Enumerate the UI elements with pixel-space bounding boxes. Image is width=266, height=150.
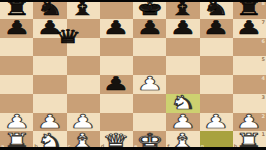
square-c4[interactable] — [67, 75, 100, 94]
square-g2[interactable]: ♟ — [200, 113, 233, 132]
square-b4[interactable] — [33, 75, 66, 94]
square-f3[interactable]: ♞ — [166, 94, 199, 113]
square-g6[interactable] — [200, 38, 233, 57]
square-c5[interactable] — [67, 56, 100, 75]
square-e6[interactable] — [133, 38, 166, 57]
coord-rank-1: 1 — [262, 132, 265, 137]
square-c8[interactable]: ♝ — [67, 0, 100, 19]
square-a6[interactable] — [0, 38, 33, 57]
piece-black-pawn: ♟ — [3, 18, 30, 37]
square-c3[interactable] — [67, 94, 100, 113]
square-f6[interactable] — [166, 38, 199, 57]
piece-black-bishop: ♝ — [169, 0, 196, 18]
piece-white-pawn: ♟ — [236, 112, 263, 131]
coord-rank-2: 2 — [262, 114, 265, 119]
square-f5[interactable] — [166, 56, 199, 75]
piece-white-pawn: ♟ — [36, 112, 63, 131]
square-e8[interactable]: ♚ — [133, 0, 166, 19]
piece-black-rook: ♜ — [236, 0, 263, 18]
piece-black-bishop: ♝ — [69, 0, 96, 18]
square-g8[interactable]: ♞ — [200, 0, 233, 19]
piece-black-king: ♚ — [136, 0, 163, 18]
square-h7[interactable]: ♟7 — [233, 19, 266, 38]
piece-white-pawn: ♟ — [169, 112, 196, 131]
square-f4[interactable] — [166, 75, 199, 94]
square-a4[interactable] — [0, 75, 33, 94]
piece-black-knight: ♞ — [202, 0, 229, 18]
piece-white-pawn: ♟ — [202, 112, 229, 131]
piece-black-pawn: ♟ — [103, 18, 130, 37]
square-h3[interactable]: 3 — [233, 94, 266, 113]
square-b2[interactable]: ♟ — [33, 113, 66, 132]
square-d3[interactable] — [100, 94, 133, 113]
coord-rank-5: 5 — [262, 57, 265, 62]
piece-black-pawn: ♟ — [169, 18, 196, 37]
square-e2[interactable] — [133, 113, 166, 132]
square-d8[interactable] — [100, 0, 133, 19]
square-h6[interactable]: 6 — [233, 38, 266, 57]
square-a5[interactable] — [0, 56, 33, 75]
square-a3[interactable] — [0, 94, 33, 113]
square-g3[interactable] — [200, 94, 233, 113]
square-c6[interactable] — [67, 38, 100, 57]
square-g4[interactable] — [200, 75, 233, 94]
square-h4[interactable]: 4 — [233, 75, 266, 94]
coord-rank-4: 4 — [262, 76, 265, 81]
square-h2[interactable]: ♟2 — [233, 113, 266, 132]
coord-rank-7: 7 — [262, 20, 265, 25]
square-d4[interactable]: ♟ — [100, 75, 133, 94]
chess-board: ♜♞♝♚♝♞♜8♟♟♟♟♟♟♟765♟♟4♞3♟♟♟♟♟♟2♜a♞b♝c♛d♚e… — [0, 0, 266, 150]
square-e7[interactable]: ♟ — [133, 19, 166, 38]
square-b3[interactable] — [33, 94, 66, 113]
square-a7[interactable]: ♟ — [0, 19, 33, 38]
square-b7[interactable]: ♟ — [33, 19, 66, 38]
square-b8[interactable]: ♞ — [33, 0, 66, 19]
piece-white-pawn: ♟ — [136, 74, 163, 93]
piece-black-pawn: ♟ — [202, 18, 229, 37]
piece-white-pawn: ♟ — [3, 112, 30, 131]
piece-black-pawn: ♟ — [236, 18, 263, 37]
chess-video-frame: ♜♞♝♚♝♞♜8♟♟♟♟♟♟♟765♟♟4♞3♟♟♟♟♟♟2♜a♞b♝c♛d♚e… — [0, 0, 266, 150]
square-a8[interactable]: ♜ — [0, 0, 33, 19]
letterbox-top — [0, 0, 266, 2]
square-d7[interactable]: ♟ — [100, 19, 133, 38]
square-g7[interactable]: ♟ — [200, 19, 233, 38]
square-b6[interactable] — [33, 38, 66, 57]
piece-black-rook: ♜ — [3, 0, 30, 18]
square-e5[interactable] — [133, 56, 166, 75]
square-f8[interactable]: ♝ — [166, 0, 199, 19]
square-g5[interactable] — [200, 56, 233, 75]
square-c2[interactable]: ♟ — [67, 113, 100, 132]
square-d5[interactable] — [100, 56, 133, 75]
square-c7[interactable] — [67, 19, 100, 38]
square-h8[interactable]: ♜8 — [233, 0, 266, 19]
square-e4[interactable]: ♟ — [133, 75, 166, 94]
square-f7[interactable]: ♟ — [166, 19, 199, 38]
piece-black-pawn: ♟ — [136, 18, 163, 37]
square-d2[interactable] — [100, 113, 133, 132]
square-d6[interactable] — [100, 38, 133, 57]
coord-rank-3: 3 — [262, 95, 265, 100]
piece-white-pawn: ♟ — [69, 112, 96, 131]
piece-white-knight: ♞ — [169, 93, 196, 112]
piece-black-pawn: ♟ — [36, 18, 63, 37]
square-h5[interactable]: 5 — [233, 56, 266, 75]
square-a2[interactable]: ♟ — [0, 113, 33, 132]
piece-black-pawn: ♟ — [103, 74, 130, 93]
piece-black-knight: ♞ — [36, 0, 63, 18]
coord-rank-6: 6 — [262, 39, 265, 44]
letterbox-bottom — [0, 147, 266, 150]
square-e3[interactable] — [133, 94, 166, 113]
square-f2[interactable]: ♟ — [166, 113, 199, 132]
square-b5[interactable] — [33, 56, 66, 75]
